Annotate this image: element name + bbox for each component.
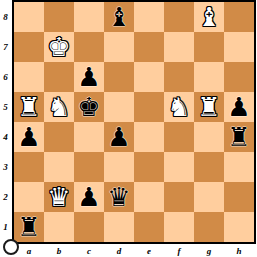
square-a1[interactable]: ♜ bbox=[14, 212, 44, 242]
square-f8[interactable] bbox=[164, 2, 194, 32]
square-b8[interactable] bbox=[44, 2, 74, 32]
file-label-b: b bbox=[44, 245, 74, 257]
piece-black-rook: ♜ bbox=[227, 122, 250, 152]
square-d8[interactable]: ♝ bbox=[104, 2, 134, 32]
square-h6[interactable] bbox=[224, 62, 254, 92]
piece-black-queen: ♛ bbox=[107, 182, 130, 212]
square-c7[interactable] bbox=[74, 32, 104, 62]
piece-black-pawn: ♟ bbox=[77, 62, 100, 92]
square-g3[interactable] bbox=[194, 152, 224, 182]
square-b7[interactable]: ♚ bbox=[44, 32, 74, 62]
square-h8[interactable] bbox=[224, 2, 254, 32]
square-g4[interactable] bbox=[194, 122, 224, 152]
file-label-d: d bbox=[104, 245, 134, 257]
square-a8[interactable] bbox=[14, 2, 44, 32]
square-a6[interactable] bbox=[14, 62, 44, 92]
square-a2[interactable] bbox=[14, 182, 44, 212]
piece-white-queen: ♛ bbox=[47, 182, 70, 212]
square-b5[interactable]: ♞ bbox=[44, 92, 74, 122]
piece-black-rook: ♜ bbox=[17, 212, 40, 242]
rank-label-5: 5 bbox=[0, 92, 11, 122]
square-c3[interactable] bbox=[74, 152, 104, 182]
piece-black-pawn: ♟ bbox=[17, 122, 40, 152]
piece-black-king: ♚ bbox=[77, 92, 100, 122]
rank-label-6: 6 bbox=[0, 62, 11, 92]
square-g6[interactable] bbox=[194, 62, 224, 92]
piece-white-knight: ♞ bbox=[167, 92, 190, 122]
file-label-g: g bbox=[194, 245, 224, 257]
rank-label-7: 7 bbox=[0, 32, 11, 62]
square-f6[interactable] bbox=[164, 62, 194, 92]
square-d4[interactable]: ♟ bbox=[104, 122, 134, 152]
file-label-h: h bbox=[224, 245, 254, 257]
square-h7[interactable] bbox=[224, 32, 254, 62]
piece-white-rook: ♜ bbox=[197, 92, 220, 122]
square-a7[interactable] bbox=[14, 32, 44, 62]
square-h1[interactable] bbox=[224, 212, 254, 242]
square-c8[interactable] bbox=[74, 2, 104, 32]
square-e2[interactable] bbox=[134, 182, 164, 212]
square-f7[interactable] bbox=[164, 32, 194, 62]
square-g2[interactable] bbox=[194, 182, 224, 212]
square-f1[interactable] bbox=[164, 212, 194, 242]
chess-diagram: ♝♝♚♟♜♞♚♞♜♟♟♟♜♛♟♛♜ 87654321 abcdefgh bbox=[0, 0, 257, 257]
square-a5[interactable]: ♜ bbox=[14, 92, 44, 122]
piece-black-pawn: ♟ bbox=[227, 92, 250, 122]
square-d7[interactable] bbox=[104, 32, 134, 62]
square-e1[interactable] bbox=[134, 212, 164, 242]
square-d2[interactable]: ♛ bbox=[104, 182, 134, 212]
square-d1[interactable] bbox=[104, 212, 134, 242]
rank-label-4: 4 bbox=[0, 122, 11, 152]
side-to-move-indicator bbox=[3, 239, 19, 255]
square-c6[interactable]: ♟ bbox=[74, 62, 104, 92]
square-b4[interactable] bbox=[44, 122, 74, 152]
square-f3[interactable] bbox=[164, 152, 194, 182]
piece-white-rook: ♜ bbox=[17, 92, 40, 122]
square-d6[interactable] bbox=[104, 62, 134, 92]
square-b2[interactable]: ♛ bbox=[44, 182, 74, 212]
square-g7[interactable] bbox=[194, 32, 224, 62]
rank-label-1: 1 bbox=[0, 212, 11, 242]
rank-label-8: 8 bbox=[0, 2, 11, 32]
square-e4[interactable] bbox=[134, 122, 164, 152]
square-h4[interactable]: ♜ bbox=[224, 122, 254, 152]
square-g8[interactable]: ♝ bbox=[194, 2, 224, 32]
square-b6[interactable] bbox=[44, 62, 74, 92]
square-a3[interactable] bbox=[14, 152, 44, 182]
piece-white-knight: ♞ bbox=[47, 92, 70, 122]
piece-black-pawn: ♟ bbox=[107, 122, 130, 152]
square-h5[interactable]: ♟ bbox=[224, 92, 254, 122]
piece-black-pawn: ♟ bbox=[77, 182, 100, 212]
square-c5[interactable]: ♚ bbox=[74, 92, 104, 122]
square-g5[interactable]: ♜ bbox=[194, 92, 224, 122]
chess-board: ♝♝♚♟♜♞♚♞♜♟♟♟♜♛♟♛♜ bbox=[12, 0, 256, 244]
square-f4[interactable] bbox=[164, 122, 194, 152]
square-h2[interactable] bbox=[224, 182, 254, 212]
piece-black-bishop: ♝ bbox=[107, 2, 130, 32]
square-g1[interactable] bbox=[194, 212, 224, 242]
square-e5[interactable] bbox=[134, 92, 164, 122]
square-d5[interactable] bbox=[104, 92, 134, 122]
file-label-f: f bbox=[164, 245, 194, 257]
rank-label-3: 3 bbox=[0, 152, 11, 182]
piece-white-bishop: ♝ bbox=[197, 2, 220, 32]
square-c4[interactable] bbox=[74, 122, 104, 152]
square-b1[interactable] bbox=[44, 212, 74, 242]
square-e3[interactable] bbox=[134, 152, 164, 182]
piece-white-king: ♚ bbox=[47, 32, 70, 62]
file-label-e: e bbox=[134, 245, 164, 257]
file-label-c: c bbox=[74, 245, 104, 257]
square-e6[interactable] bbox=[134, 62, 164, 92]
square-c1[interactable] bbox=[74, 212, 104, 242]
square-h3[interactable] bbox=[224, 152, 254, 182]
square-e8[interactable] bbox=[134, 2, 164, 32]
square-f2[interactable] bbox=[164, 182, 194, 212]
square-c2[interactable]: ♟ bbox=[74, 182, 104, 212]
square-f5[interactable]: ♞ bbox=[164, 92, 194, 122]
square-d3[interactable] bbox=[104, 152, 134, 182]
rank-label-2: 2 bbox=[0, 182, 11, 212]
square-e7[interactable] bbox=[134, 32, 164, 62]
square-b3[interactable] bbox=[44, 152, 74, 182]
square-a4[interactable]: ♟ bbox=[14, 122, 44, 152]
